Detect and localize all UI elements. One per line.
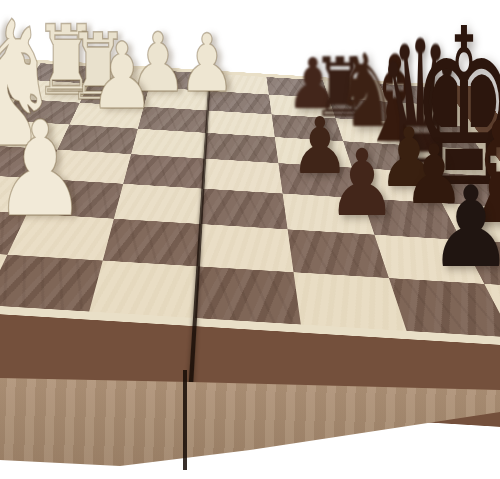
chess-set-product-photo: ♜♜♟♟♟♞♟♟♜♞♝♛♟♟♚♟♟♝♟ (0, 0, 500, 479)
square-d2 (103, 219, 201, 267)
square-e4 (203, 159, 283, 194)
square-c3 (27, 179, 123, 219)
square-e3 (201, 189, 288, 230)
square-c4 (44, 150, 132, 184)
square-c2 (7, 213, 114, 260)
square-d3 (114, 184, 203, 224)
square-f2 (288, 229, 389, 278)
board-fold-seam-front (183, 370, 187, 470)
square-e1 (195, 266, 301, 324)
square-g1 (389, 278, 500, 337)
square-c1 (0, 255, 103, 312)
board-grid (0, 60, 500, 344)
square-e2 (198, 224, 293, 272)
square-f3 (283, 194, 375, 235)
board-cream-border (0, 56, 500, 353)
square-d1 (89, 261, 198, 318)
square-d4 (123, 154, 205, 189)
